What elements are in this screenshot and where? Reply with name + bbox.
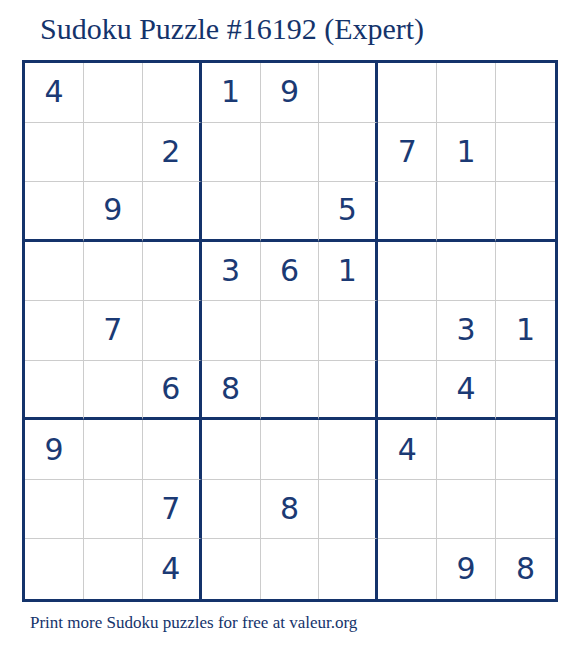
cell-r7c6-empty <box>319 420 378 480</box>
cell-r7c3-empty <box>143 420 202 480</box>
cell-r2c8-given-1: 1 <box>437 123 496 183</box>
cell-r3c7-empty <box>378 182 437 242</box>
cell-r3c4-empty <box>202 182 261 242</box>
cell-r3c6-given-5: 5 <box>319 182 378 242</box>
cell-r7c2-empty <box>84 420 143 480</box>
cell-r3c2-given-9: 9 <box>84 182 143 242</box>
cell-r6c2-empty <box>84 361 143 421</box>
cell-r5c9-given-1: 1 <box>496 301 555 361</box>
cell-r9c6-empty <box>319 539 378 599</box>
cell-r8c3-given-7: 7 <box>143 480 202 540</box>
cell-r9c3-given-4: 4 <box>143 539 202 599</box>
cell-r8c5-given-8: 8 <box>261 480 320 540</box>
cell-r8c6-empty <box>319 480 378 540</box>
cell-r6c8-given-4: 4 <box>437 361 496 421</box>
cell-r7c1-given-9: 9 <box>25 420 84 480</box>
cell-r8c2-empty <box>84 480 143 540</box>
page-title: Sudoku Puzzle #16192 (Expert) <box>40 12 424 46</box>
cell-r8c4-empty <box>202 480 261 540</box>
cell-r1c1-given-4: 4 <box>25 63 84 123</box>
cell-r6c5-empty <box>261 361 320 421</box>
cell-r9c9-given-8: 8 <box>496 539 555 599</box>
cell-r6c7-empty <box>378 361 437 421</box>
cell-r4c6-given-1: 1 <box>319 242 378 302</box>
cell-r8c8-empty <box>437 480 496 540</box>
cell-r7c5-empty <box>261 420 320 480</box>
cell-r4c9-empty <box>496 242 555 302</box>
sudoku-print-page: Sudoku Puzzle #16192 (Expert) 4192719536… <box>0 0 580 651</box>
cell-r3c8-empty <box>437 182 496 242</box>
cell-r1c4-given-1: 1 <box>202 63 261 123</box>
cell-r2c6-empty <box>319 123 378 183</box>
cell-r8c1-empty <box>25 480 84 540</box>
cell-r4c4-given-3: 3 <box>202 242 261 302</box>
cell-r1c7-empty <box>378 63 437 123</box>
cell-r3c3-empty <box>143 182 202 242</box>
cell-r9c2-empty <box>84 539 143 599</box>
cell-r5c6-empty <box>319 301 378 361</box>
cell-r4c2-empty <box>84 242 143 302</box>
cell-r5c1-empty <box>25 301 84 361</box>
cell-r6c4-given-8: 8 <box>202 361 261 421</box>
cell-r2c7-given-7: 7 <box>378 123 437 183</box>
cell-r2c5-empty <box>261 123 320 183</box>
cell-r8c9-empty <box>496 480 555 540</box>
cell-r4c7-empty <box>378 242 437 302</box>
cell-r4c8-empty <box>437 242 496 302</box>
cell-r2c2-empty <box>84 123 143 183</box>
cell-r9c4-empty <box>202 539 261 599</box>
footer-text: Print more Sudoku puzzles for free at va… <box>30 613 357 633</box>
cell-r2c1-empty <box>25 123 84 183</box>
cell-r1c9-empty <box>496 63 555 123</box>
cell-r1c5-given-9: 9 <box>261 63 320 123</box>
cell-r7c9-empty <box>496 420 555 480</box>
cell-r4c3-empty <box>143 242 202 302</box>
cell-r5c3-empty <box>143 301 202 361</box>
cell-r2c9-empty <box>496 123 555 183</box>
cell-r7c4-empty <box>202 420 261 480</box>
cell-r2c3-given-2: 2 <box>143 123 202 183</box>
cell-r3c1-empty <box>25 182 84 242</box>
cell-r1c3-empty <box>143 63 202 123</box>
cell-r1c6-empty <box>319 63 378 123</box>
cell-r9c8-given-9: 9 <box>437 539 496 599</box>
cell-r6c1-empty <box>25 361 84 421</box>
cell-r3c5-empty <box>261 182 320 242</box>
cell-r2c4-empty <box>202 123 261 183</box>
cell-r7c7-given-4: 4 <box>378 420 437 480</box>
cell-r9c1-empty <box>25 539 84 599</box>
cell-r6c3-given-6: 6 <box>143 361 202 421</box>
cell-r5c4-empty <box>202 301 261 361</box>
cell-r1c2-empty <box>84 63 143 123</box>
cell-r3c9-empty <box>496 182 555 242</box>
cell-r5c7-empty <box>378 301 437 361</box>
cell-r4c5-given-6: 6 <box>261 242 320 302</box>
sudoku-board: 419271953617316849478498 <box>22 60 558 602</box>
cell-r7c8-empty <box>437 420 496 480</box>
cell-r1c8-empty <box>437 63 496 123</box>
cell-r5c2-given-7: 7 <box>84 301 143 361</box>
cell-r9c7-empty <box>378 539 437 599</box>
cell-r6c6-empty <box>319 361 378 421</box>
cell-r5c8-given-3: 3 <box>437 301 496 361</box>
cell-r9c5-empty <box>261 539 320 599</box>
cell-r8c7-empty <box>378 480 437 540</box>
cell-r6c9-empty <box>496 361 555 421</box>
cell-r5c5-empty <box>261 301 320 361</box>
cell-r4c1-empty <box>25 242 84 302</box>
